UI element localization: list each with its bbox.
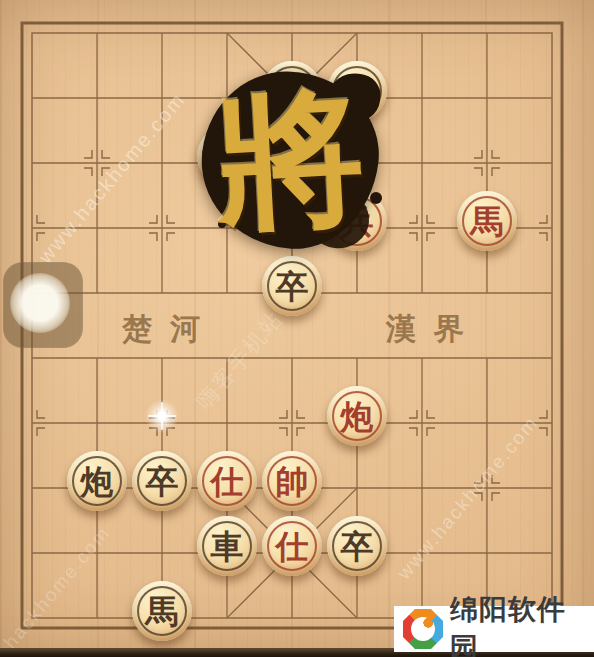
piece-glyph: 卒 bbox=[132, 451, 192, 511]
piece-glyph: 仕 bbox=[262, 516, 322, 576]
piece-red-advisor[interactable]: 仕 bbox=[197, 451, 257, 511]
pieces-layer: 士將士兵馬卒炮炮卒仕帥車仕卒馬 bbox=[0, 0, 594, 657]
piece-glyph: 卒 bbox=[327, 516, 387, 576]
piece-red-advisor[interactable]: 仕 bbox=[262, 516, 322, 576]
piece-glyph: 將 bbox=[327, 61, 387, 121]
xiangqi-screenshot: 楚河 漢界 士將士兵馬卒炮炮卒仕帥車仕卒馬 將 www.hackhome.com… bbox=[0, 0, 594, 657]
piece-glyph: 炮 bbox=[327, 386, 387, 446]
piece-glyph: 炮 bbox=[67, 451, 127, 511]
piece-black-horse[interactable]: 馬 bbox=[132, 581, 192, 641]
piece-red-horse[interactable]: 馬 bbox=[457, 191, 517, 251]
piece-black-soldier[interactable]: 卒 bbox=[327, 516, 387, 576]
piece-black-soldier[interactable]: 卒 bbox=[132, 451, 192, 511]
piece-glyph: 車 bbox=[197, 516, 257, 576]
piece-black-chariot[interactable]: 車 bbox=[197, 516, 257, 576]
piece-red-soldier[interactable]: 兵 bbox=[327, 191, 387, 251]
piece-black-advisor[interactable]: 士 bbox=[262, 61, 322, 121]
piece-glyph: 馬 bbox=[457, 191, 517, 251]
piece-black-general[interactable]: 將 bbox=[327, 61, 387, 121]
piece-glyph: 士 bbox=[197, 126, 257, 186]
piece-red-cannon[interactable]: 炮 bbox=[327, 386, 387, 446]
piece-black-advisor[interactable]: 士 bbox=[197, 126, 257, 186]
piece-black-cannon[interactable]: 炮 bbox=[67, 451, 127, 511]
piece-red-general[interactable]: 帥 bbox=[262, 451, 322, 511]
piece-glyph: 帥 bbox=[262, 451, 322, 511]
piece-glyph: 卒 bbox=[262, 256, 322, 316]
site-badge: 绵阳软件园 bbox=[394, 606, 594, 652]
move-hint-sparkle[interactable] bbox=[144, 398, 180, 434]
piece-glyph: 馬 bbox=[132, 581, 192, 641]
site-badge-logo-icon bbox=[403, 609, 443, 649]
piece-glyph: 士 bbox=[262, 61, 322, 121]
piece-glyph: 兵 bbox=[327, 191, 387, 251]
floating-assistive-button[interactable] bbox=[3, 262, 83, 348]
assistive-button-dot-icon bbox=[10, 273, 70, 333]
site-badge-text: 绵阳软件园 bbox=[450, 591, 594, 657]
piece-glyph: 仕 bbox=[197, 451, 257, 511]
piece-black-soldier[interactable]: 卒 bbox=[262, 256, 322, 316]
